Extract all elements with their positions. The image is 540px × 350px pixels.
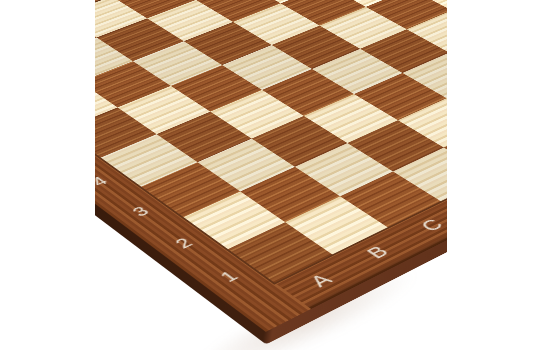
square-b1 <box>285 196 387 254</box>
square-e2 <box>398 98 447 147</box>
square-a6 <box>95 82 118 130</box>
square-b5 <box>118 86 211 134</box>
square-b3 <box>198 139 295 192</box>
board-grid <box>95 0 447 283</box>
file-label-d: D <box>441 176 447 224</box>
square-c1 <box>340 171 441 227</box>
square-a2 <box>184 191 286 249</box>
square-e3 <box>354 73 447 120</box>
square-e1 <box>444 125 447 177</box>
square-d4 <box>262 69 354 116</box>
square-d1 <box>393 148 447 202</box>
product-photo-canvas: ABCDEFGH 12345678 <box>0 0 540 350</box>
square-c5 <box>171 65 262 112</box>
file-label-c: C <box>388 201 447 251</box>
square-c4 <box>210 90 303 139</box>
photo-area: ABCDEFGH 12345678 <box>95 0 447 350</box>
square-c2 <box>295 143 393 196</box>
square-d3 <box>304 94 398 143</box>
square-b2 <box>240 167 340 222</box>
square-a4 <box>101 134 198 186</box>
rank-label-5: 5 <box>95 130 101 176</box>
square-b4 <box>157 112 252 163</box>
square-a3 <box>141 162 240 217</box>
square-c3 <box>252 116 348 167</box>
rank-label-4: 4 <box>95 158 141 206</box>
square-a5 <box>95 107 157 157</box>
square-d2 <box>347 120 443 171</box>
square-a1 <box>228 222 332 283</box>
rank-label-3: 3 <box>98 187 184 237</box>
